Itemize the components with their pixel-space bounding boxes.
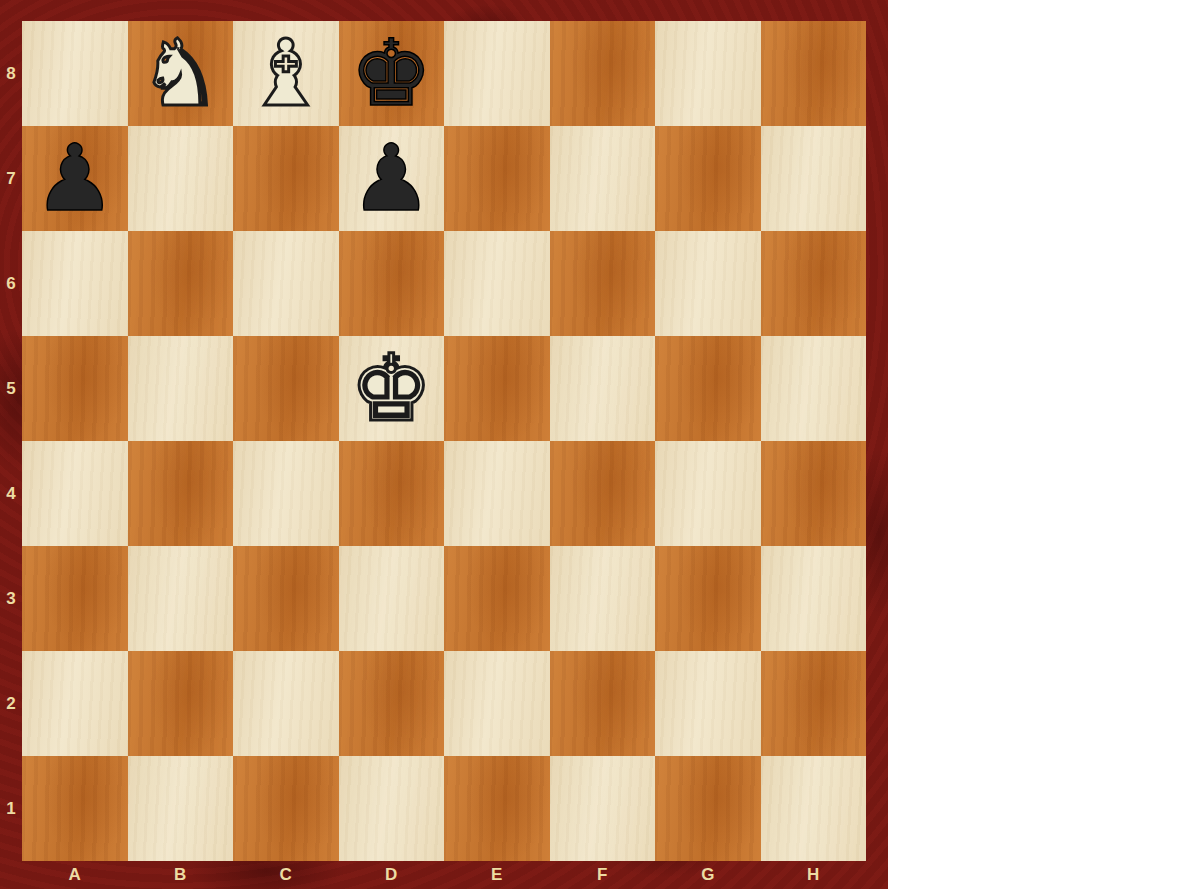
file-label-e: E — [444, 861, 550, 889]
file-labels: ABCDEFGH — [22, 861, 866, 889]
square-h3[interactable] — [761, 546, 867, 651]
square-b7[interactable] — [128, 126, 234, 231]
square-c1[interactable] — [233, 756, 339, 861]
square-f1[interactable] — [550, 756, 656, 861]
square-d3[interactable] — [339, 546, 445, 651]
square-g7[interactable] — [655, 126, 761, 231]
square-e3[interactable] — [444, 546, 550, 651]
square-d1[interactable] — [339, 756, 445, 861]
square-f5[interactable] — [550, 336, 656, 441]
black-pawn-piece[interactable]: ♟ — [339, 126, 445, 231]
square-a8[interactable] — [22, 21, 128, 126]
square-c7[interactable] — [233, 126, 339, 231]
file-label-c: C — [233, 861, 339, 889]
square-a7[interactable]: ♟ — [22, 126, 128, 231]
square-f4[interactable] — [550, 441, 656, 546]
square-a4[interactable] — [22, 441, 128, 546]
square-h8[interactable] — [761, 21, 867, 126]
square-g6[interactable] — [655, 231, 761, 336]
black-king-piece[interactable]: ♚ — [339, 21, 445, 126]
file-label-g: G — [655, 861, 761, 889]
square-f6[interactable] — [550, 231, 656, 336]
square-d7[interactable]: ♟ — [339, 126, 445, 231]
square-g2[interactable] — [655, 651, 761, 756]
white-bishop-piece[interactable]: ♝ — [233, 21, 339, 126]
square-h6[interactable] — [761, 231, 867, 336]
file-label-a: A — [22, 861, 128, 889]
square-a1[interactable] — [22, 756, 128, 861]
white-king-piece[interactable]: ♚ — [339, 336, 445, 441]
square-h7[interactable] — [761, 126, 867, 231]
square-c4[interactable] — [233, 441, 339, 546]
square-c8[interactable]: ♝ — [233, 21, 339, 126]
square-d4[interactable] — [339, 441, 445, 546]
square-b1[interactable] — [128, 756, 234, 861]
square-g3[interactable] — [655, 546, 761, 651]
square-d2[interactable] — [339, 651, 445, 756]
square-d5[interactable]: ♚ — [339, 336, 445, 441]
square-h1[interactable] — [761, 756, 867, 861]
rank-labels: 87654321 — [0, 21, 22, 861]
square-e4[interactable] — [444, 441, 550, 546]
square-b4[interactable] — [128, 441, 234, 546]
square-f8[interactable] — [550, 21, 656, 126]
rank-label-5: 5 — [0, 336, 22, 441]
square-b2[interactable] — [128, 651, 234, 756]
square-a3[interactable] — [22, 546, 128, 651]
square-f7[interactable] — [550, 126, 656, 231]
square-e6[interactable] — [444, 231, 550, 336]
square-d6[interactable] — [339, 231, 445, 336]
square-c3[interactable] — [233, 546, 339, 651]
square-b8[interactable]: ♞ — [128, 21, 234, 126]
square-c6[interactable] — [233, 231, 339, 336]
file-label-d: D — [339, 861, 445, 889]
square-e7[interactable] — [444, 126, 550, 231]
file-label-f: F — [550, 861, 656, 889]
square-a2[interactable] — [22, 651, 128, 756]
chess-board: ♞♝♚♟♟♚ — [22, 21, 866, 861]
square-h4[interactable] — [761, 441, 867, 546]
square-a5[interactable] — [22, 336, 128, 441]
square-c5[interactable] — [233, 336, 339, 441]
square-b6[interactable] — [128, 231, 234, 336]
square-h2[interactable] — [761, 651, 867, 756]
chess-board-frame: 87654321 ABCDEFGH ♞♝♚♟♟♚ — [0, 0, 888, 889]
square-a6[interactable] — [22, 231, 128, 336]
square-f3[interactable] — [550, 546, 656, 651]
rank-label-6: 6 — [0, 231, 22, 336]
page: 87654321 ABCDEFGH ♞♝♚♟♟♚ — [0, 0, 1200, 889]
square-b5[interactable] — [128, 336, 234, 441]
file-label-b: B — [128, 861, 234, 889]
page-whitespace — [888, 0, 1200, 889]
square-e2[interactable] — [444, 651, 550, 756]
square-c2[interactable] — [233, 651, 339, 756]
square-e5[interactable] — [444, 336, 550, 441]
rank-label-3: 3 — [0, 546, 22, 651]
square-g5[interactable] — [655, 336, 761, 441]
black-pawn-piece[interactable]: ♟ — [22, 126, 128, 231]
rank-label-7: 7 — [0, 126, 22, 231]
white-knight-piece[interactable]: ♞ — [128, 21, 234, 126]
square-b3[interactable] — [128, 546, 234, 651]
square-g4[interactable] — [655, 441, 761, 546]
square-e1[interactable] — [444, 756, 550, 861]
rank-label-4: 4 — [0, 441, 22, 546]
file-label-h: H — [761, 861, 867, 889]
square-f2[interactable] — [550, 651, 656, 756]
square-d8[interactable]: ♚ — [339, 21, 445, 126]
square-h5[interactable] — [761, 336, 867, 441]
square-g8[interactable] — [655, 21, 761, 126]
square-e8[interactable] — [444, 21, 550, 126]
rank-label-2: 2 — [0, 651, 22, 756]
rank-label-8: 8 — [0, 21, 22, 126]
rank-label-1: 1 — [0, 756, 22, 861]
square-g1[interactable] — [655, 756, 761, 861]
